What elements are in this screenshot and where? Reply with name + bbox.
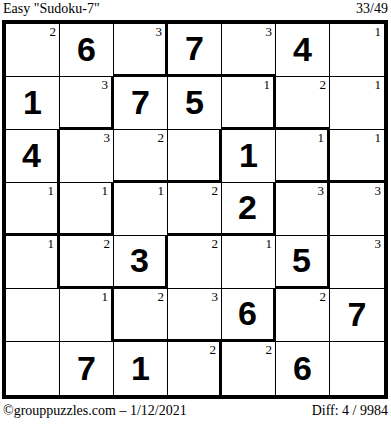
cell-r0c2[interactable]: 3 [114,24,168,77]
stage-hint: 1 [158,183,165,198]
puzzle-page: Easy "Sudoku-7" 33/49 263734113751214321… [0,0,391,420]
stage-hint: 2 [320,289,327,304]
stage-hint: 3 [318,183,325,198]
cell-r3c2[interactable]: 1 [114,183,168,236]
cell-r1c6[interactable]: 1 [330,77,384,130]
cell-r2c5[interactable]: 1 [276,130,330,183]
cell-r6c2: 1 [114,342,168,395]
cell-r6c0[interactable] [6,342,60,395]
cell-r3c3[interactable]: 2 [168,183,222,236]
stage-hint: 2 [212,236,219,251]
stage-hint: 3 [156,24,163,39]
stage-hint: 3 [375,183,382,198]
cell-r5c6: 7 [330,289,384,342]
given-digit: 5 [292,243,311,279]
stage-hint: 1 [375,24,382,39]
cell-r3c6[interactable]: 3 [330,183,384,236]
given-digit: 2 [238,190,257,226]
cell-r2c6[interactable]: 1 [330,130,384,183]
cell-r4c2: 3 [114,236,168,289]
cell-r5c4: 6 [222,289,276,342]
stage-hint: 3 [266,24,273,39]
cell-r1c3: 5 [168,77,222,130]
page-title: Easy "Sudoku-7" [3,1,100,17]
cell-r0c0[interactable]: 2 [6,24,60,77]
stage-hint: 1 [264,77,271,92]
sudoku-board: 2637341137512143211111122331232153123627… [2,20,388,399]
given-digit: 7 [348,297,367,333]
cell-r3c5[interactable]: 3 [276,183,330,236]
cell-r3c0[interactable]: 1 [6,183,60,236]
cell-r5c5[interactable]: 2 [276,289,330,342]
stage-hint: 1 [102,183,109,198]
copyright-date: ©grouppuzzles.com – 1/12/2021 [3,403,187,419]
stage-hint: 1 [48,183,55,198]
cell-r5c2[interactable]: 2 [114,289,168,342]
cell-r1c5[interactable]: 2 [276,77,330,130]
cell-r2c4: 1 [222,130,276,183]
stage-hint: 2 [266,342,273,357]
cell-r2c2[interactable]: 2 [114,130,168,183]
given-digit: 5 [185,85,204,121]
cell-r5c3[interactable]: 3 [168,289,222,342]
stage-hint: 1 [48,236,55,251]
stage-hint: 1 [102,289,109,304]
cell-r6c5: 6 [276,342,330,395]
stage-hint: 2 [158,130,165,145]
stage-hint: 1 [318,130,325,145]
stage-hint: 2 [50,24,57,39]
stage-hint: 1 [375,77,382,92]
footer: ©grouppuzzles.com – 1/12/2021 Diff: 4 / … [2,403,389,419]
cell-r6c1: 7 [60,342,114,395]
stage-hint: 2 [210,342,217,357]
cell-r1c2: 7 [114,77,168,130]
empty-cell-counter: 33/49 [356,1,388,17]
given-digit: 6 [238,296,257,332]
given-digit: 1 [131,351,150,387]
cell-r1c1[interactable]: 3 [60,77,114,130]
given-digit: 6 [293,351,312,387]
cell-r4c5: 5 [276,236,330,289]
given-digit: 3 [130,243,149,279]
cell-r6c4[interactable]: 2 [222,342,276,395]
given-digit: 4 [293,32,312,68]
stage-hint: 3 [212,289,219,304]
stage-hint: 3 [375,236,382,251]
cell-r3c4: 2 [222,183,276,236]
stage-hint: 1 [375,130,382,145]
cell-r0c1: 6 [60,24,114,77]
cell-r4c3[interactable]: 2 [168,236,222,289]
given-digit: 7 [77,351,96,387]
cell-r1c4[interactable]: 1 [222,77,276,130]
stage-hint: 2 [104,236,111,251]
cell-r4c0[interactable]: 1 [6,236,60,289]
given-digit: 1 [23,85,42,121]
cell-r0c6[interactable]: 1 [330,24,384,77]
difficulty-label: Diff: 4 / 9984 [312,403,388,419]
stage-hint: 2 [158,289,165,304]
stage-hint: 2 [212,183,219,198]
cell-r2c3[interactable] [168,130,222,183]
given-digit: 7 [185,31,204,67]
given-digit: 4 [22,138,41,174]
given-digit: 1 [239,138,258,174]
cell-r0c3: 7 [168,24,222,77]
cell-r0c5: 4 [276,24,330,77]
given-digit: 6 [77,32,96,68]
cell-r4c1[interactable]: 2 [60,236,114,289]
cell-r6c3[interactable]: 2 [168,342,222,395]
given-digit: 7 [131,85,150,121]
cell-r1c0: 1 [6,77,60,130]
stage-hint: 1 [266,236,273,251]
stage-hint: 2 [320,77,327,92]
cell-r2c1[interactable]: 3 [60,130,114,183]
cell-r2c0: 4 [6,130,60,183]
cell-r3c1[interactable]: 1 [60,183,114,236]
stage-hint: 3 [104,130,111,145]
cell-r6c6[interactable] [330,342,384,395]
cell-r4c6[interactable]: 3 [330,236,384,289]
cell-r5c0[interactable] [6,289,60,342]
header: Easy "Sudoku-7" 33/49 [2,1,389,20]
stage-hint: 3 [102,77,109,92]
cell-r5c1[interactable]: 1 [60,289,114,342]
cell-r4c4[interactable]: 1 [222,236,276,289]
cell-r0c4[interactable]: 3 [222,24,276,77]
